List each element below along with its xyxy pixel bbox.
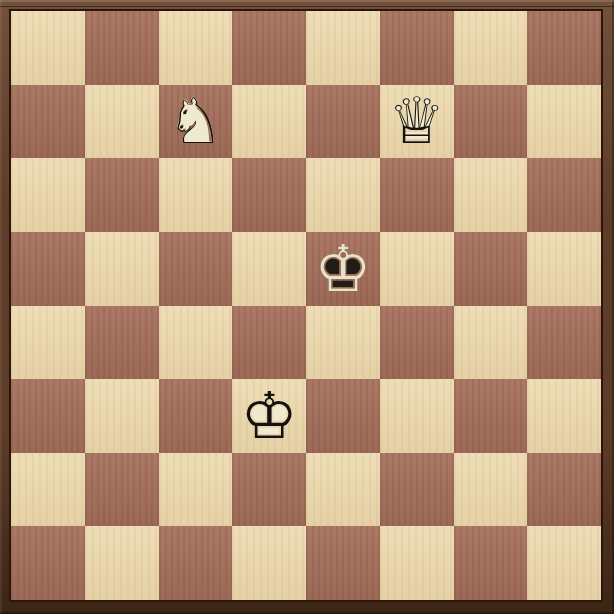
square-c7[interactable]: ♞♘ [159,85,233,159]
square-a2[interactable] [11,453,85,527]
square-c3[interactable] [159,379,233,453]
square-c1[interactable] [159,526,233,600]
white-queen-f7[interactable]: ♛♕ [380,85,454,159]
square-e1[interactable] [306,526,380,600]
square-h8[interactable] [527,11,601,85]
square-b8[interactable] [85,11,159,85]
square-f3[interactable] [380,379,454,453]
white-queen-outline-icon: ♕ [388,89,445,153]
square-c6[interactable] [159,158,233,232]
square-c5[interactable] [159,232,233,306]
square-e8[interactable] [306,11,380,85]
square-b6[interactable] [85,158,159,232]
square-b1[interactable] [85,526,159,600]
square-d7[interactable] [232,85,306,159]
square-d2[interactable] [232,453,306,527]
square-g2[interactable] [454,453,528,527]
square-a6[interactable] [11,158,85,232]
white-knight-c7[interactable]: ♞♘ [159,85,233,159]
square-h5[interactable] [527,232,601,306]
black-king-e5[interactable]: ♚♔ [306,232,380,306]
square-b3[interactable] [85,379,159,453]
square-a4[interactable] [11,306,85,380]
square-b2[interactable] [85,453,159,527]
square-g4[interactable] [454,306,528,380]
square-a5[interactable] [11,232,85,306]
square-g6[interactable] [454,158,528,232]
white-knight-outline-icon: ♘ [167,89,224,153]
square-g3[interactable] [454,379,528,453]
square-d5[interactable] [232,232,306,306]
square-c4[interactable] [159,306,233,380]
square-e7[interactable] [306,85,380,159]
square-g1[interactable] [454,526,528,600]
square-a3[interactable] [11,379,85,453]
square-h7[interactable] [527,85,601,159]
square-h6[interactable] [527,158,601,232]
square-f5[interactable] [380,232,454,306]
square-d8[interactable] [232,11,306,85]
square-d1[interactable] [232,526,306,600]
square-g8[interactable] [454,11,528,85]
white-king-outline-icon: ♔ [240,384,297,448]
square-c2[interactable] [159,453,233,527]
chess-board: ♞♘♛♕♚♔♚♔ [11,11,601,600]
white-king-d3[interactable]: ♚♔ [232,379,306,453]
square-e3[interactable] [306,379,380,453]
square-a1[interactable] [11,526,85,600]
board-frame: ♞♘♛♕♚♔♚♔ [0,0,614,614]
square-f7[interactable]: ♛♕ [380,85,454,159]
square-e6[interactable] [306,158,380,232]
square-d6[interactable] [232,158,306,232]
square-h2[interactable] [527,453,601,527]
square-f8[interactable] [380,11,454,85]
square-e5[interactable]: ♚♔ [306,232,380,306]
square-f1[interactable] [380,526,454,600]
square-h4[interactable] [527,306,601,380]
square-b5[interactable] [85,232,159,306]
square-h3[interactable] [527,379,601,453]
square-h1[interactable] [527,526,601,600]
square-a7[interactable] [11,85,85,159]
square-c8[interactable] [159,11,233,85]
square-a8[interactable] [11,11,85,85]
square-b7[interactable] [85,85,159,159]
square-f2[interactable] [380,453,454,527]
square-e4[interactable] [306,306,380,380]
square-g7[interactable] [454,85,528,159]
square-g5[interactable] [454,232,528,306]
square-e2[interactable] [306,453,380,527]
black-king-outline-icon: ♔ [314,237,371,301]
square-d3[interactable]: ♚♔ [232,379,306,453]
square-f6[interactable] [380,158,454,232]
square-f4[interactable] [380,306,454,380]
square-b4[interactable] [85,306,159,380]
square-d4[interactable] [232,306,306,380]
